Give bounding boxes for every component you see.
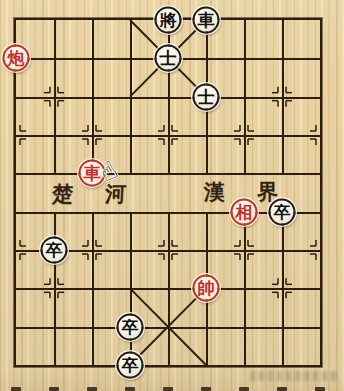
board-cell <box>282 288 320 326</box>
board-cell <box>130 250 168 288</box>
board-cell <box>54 288 92 326</box>
board-cell <box>16 173 54 211</box>
board-cell <box>168 212 206 250</box>
board-cell <box>282 20 320 58</box>
board-cell <box>54 327 92 365</box>
piece-black-chariot[interactable]: 車 <box>193 7 220 34</box>
board-cell <box>244 135 282 173</box>
board-cell <box>16 327 54 365</box>
piece-red-elephant[interactable]: 相 <box>231 198 258 225</box>
board-cell <box>16 135 54 173</box>
board-cell <box>244 250 282 288</box>
watermark <box>250 371 338 381</box>
board-cell <box>130 212 168 250</box>
board-cell <box>244 97 282 135</box>
board-cell <box>282 97 320 135</box>
board-cell <box>16 288 54 326</box>
piece-black-general[interactable]: 將 <box>155 7 182 34</box>
board-cell <box>206 327 244 365</box>
board-cell <box>168 135 206 173</box>
board-cell <box>16 97 54 135</box>
piece-black-pawn[interactable]: 卒 <box>41 237 68 264</box>
board-cell <box>54 97 92 135</box>
piece-black-pawn[interactable]: 卒 <box>269 198 296 225</box>
piece-red-cannon[interactable]: 炮 <box>3 45 30 72</box>
board-cell <box>92 20 130 58</box>
board-cell <box>282 250 320 288</box>
board-cell <box>244 327 282 365</box>
board-cell <box>168 327 206 365</box>
board-cell <box>54 20 92 58</box>
board-cell <box>282 327 320 365</box>
board-cell <box>244 288 282 326</box>
board-cell <box>130 135 168 173</box>
piece-black-advisor[interactable]: 士 <box>155 45 182 72</box>
board-cell <box>92 97 130 135</box>
board-cell <box>244 20 282 58</box>
xiangqi-board[interactable]: 楚河 漢界 ☝ 將車士士卒卒卒卒炮車相帥 <box>0 0 344 391</box>
board-cell <box>206 135 244 173</box>
river-label-left: 楚河 <box>51 180 158 208</box>
board-cell <box>92 58 130 96</box>
river-label-right: 漢界 <box>204 178 310 206</box>
board-cell <box>168 173 206 211</box>
board-cell <box>282 135 320 173</box>
board-cell <box>92 250 130 288</box>
piece-red-general[interactable]: 帥 <box>193 275 220 302</box>
board-cell <box>282 58 320 96</box>
piece-black-pawn[interactable]: 卒 <box>117 313 144 340</box>
board-cell <box>244 58 282 96</box>
piece-black-advisor[interactable]: 士 <box>193 83 220 110</box>
piece-black-pawn[interactable]: 卒 <box>117 352 144 379</box>
board-cell <box>92 212 130 250</box>
board-cell <box>130 97 168 135</box>
board-cell <box>54 58 92 96</box>
